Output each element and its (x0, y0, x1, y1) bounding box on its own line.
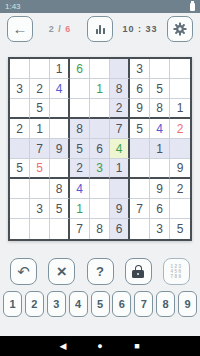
cell-r7c8[interactable]: 9 (150, 179, 170, 199)
android-recents-icon[interactable]: ■ (132, 342, 142, 351)
bar-chart-icon (96, 24, 105, 34)
mistakes-counter: 2 / 6 (33, 24, 87, 34)
toolbar: ↶ × ? 123 456 789 (0, 258, 200, 285)
numpad-button-3[interactable]: 3 (47, 291, 66, 317)
cell-r7c2[interactable] (30, 179, 50, 199)
cell-r8c9[interactable] (170, 199, 190, 219)
lock-icon (132, 265, 144, 278)
numpad-button-4[interactable]: 4 (69, 291, 88, 317)
erase-x-icon: × (57, 265, 67, 279)
cell-r6c1[interactable]: 5 (10, 159, 30, 179)
cell-r1c8[interactable] (150, 59, 170, 79)
back-arrow-icon: ← (13, 21, 28, 36)
cell-r5c5[interactable]: 6 (90, 139, 110, 159)
cell-r8c3[interactable]: 5 (50, 199, 70, 219)
cell-r5c8[interactable]: 1 (150, 139, 170, 159)
cell-r6c3[interactable] (50, 159, 70, 179)
cell-r2c3[interactable]: 4 (50, 79, 70, 99)
hint-button[interactable]: ? (87, 258, 114, 285)
cell-r9c3[interactable] (50, 219, 70, 239)
cell-r2c7[interactable]: 6 (130, 79, 150, 99)
numpad-button-1[interactable]: 1 (3, 291, 22, 317)
lock-button[interactable] (125, 258, 152, 285)
cell-r9c5[interactable]: 8 (90, 219, 110, 239)
cell-r1c7[interactable]: 3 (130, 59, 150, 79)
cell-r3c4[interactable] (70, 99, 90, 119)
number-pad: 123456789 (0, 291, 200, 317)
cell-r3c9[interactable]: 1 (170, 99, 190, 119)
cell-r9c1[interactable] (10, 219, 30, 239)
cell-r2c4[interactable] (70, 79, 90, 99)
cell-r8c8[interactable]: 6 (150, 199, 170, 219)
board-area: 1633241865529812187542795641552319849235… (0, 44, 200, 241)
cell-r6c5[interactable]: 3 (90, 159, 110, 179)
cell-r6c9[interactable]: 9 (170, 159, 190, 179)
cell-r3c1[interactable] (10, 99, 30, 119)
cell-r4c1[interactable]: 2 (10, 119, 30, 139)
battery-icon (190, 3, 195, 11)
undo-icon: ↶ (17, 264, 30, 279)
cell-r1c2[interactable] (30, 59, 50, 79)
cell-r1c9[interactable] (170, 59, 190, 79)
cell-r7c1[interactable] (10, 179, 30, 199)
undo-button[interactable]: ↶ (10, 258, 37, 285)
cell-r4c8[interactable]: 4 (150, 119, 170, 139)
cell-r4c3[interactable] (50, 119, 70, 139)
cell-r7c3[interactable]: 8 (50, 179, 70, 199)
cell-r1c4[interactable]: 6 (70, 59, 90, 79)
android-nav-bar: ◀ ● ■ (0, 336, 200, 356)
cell-r3c5[interactable] (90, 99, 110, 119)
cell-r5c1[interactable] (10, 139, 30, 159)
notes-grid-icon: 123 456 789 (170, 264, 182, 279)
gear-icon (173, 22, 187, 36)
cell-r2c1[interactable]: 3 (10, 79, 30, 99)
cell-r4c9[interactable]: 2 (170, 119, 190, 139)
numpad-button-6[interactable]: 6 (112, 291, 131, 317)
notes-button[interactable]: 123 456 789 (163, 258, 190, 285)
cell-r1c6[interactable] (110, 59, 130, 79)
cell-r6c8[interactable] (150, 159, 170, 179)
numpad-button-2[interactable]: 2 (25, 291, 44, 317)
cell-r6c6[interactable]: 1 (110, 159, 130, 179)
cell-r4c6[interactable]: 7 (110, 119, 130, 139)
cell-r5c6[interactable]: 4 (110, 139, 130, 159)
cell-r3c8[interactable]: 8 (150, 99, 170, 119)
cell-r2c9[interactable] (170, 79, 190, 99)
cell-r9c6[interactable]: 6 (110, 219, 130, 239)
cell-r8c1[interactable] (10, 199, 30, 219)
settings-button[interactable] (167, 16, 193, 42)
cell-r5c2[interactable]: 7 (30, 139, 50, 159)
status-time: 1:43 (5, 2, 21, 11)
cell-r1c3[interactable]: 1 (50, 59, 70, 79)
sudoku-board: 1633241865529812187542795641552319849235… (8, 57, 192, 241)
cell-r2c5[interactable]: 1 (90, 79, 110, 99)
numpad-button-9[interactable]: 9 (178, 291, 197, 317)
cell-r7c4[interactable]: 4 (70, 179, 90, 199)
cell-r8c2[interactable]: 3 (30, 199, 50, 219)
cell-r4c5[interactable] (90, 119, 110, 139)
cell-r7c7[interactable] (130, 179, 150, 199)
cell-r5c7[interactable] (130, 139, 150, 159)
cell-r2c6[interactable]: 8 (110, 79, 130, 99)
cell-r7c6[interactable] (110, 179, 130, 199)
cell-r5c4[interactable]: 5 (70, 139, 90, 159)
cell-r6c2[interactable]: 5 (30, 159, 50, 179)
cell-r9c7[interactable] (130, 219, 150, 239)
cell-r6c4[interactable]: 2 (70, 159, 90, 179)
cell-r4c7[interactable]: 5 (130, 119, 150, 139)
cell-r3c3[interactable] (50, 99, 70, 119)
cell-r4c2[interactable]: 1 (30, 119, 50, 139)
cell-r8c5[interactable] (90, 199, 110, 219)
cell-r1c5[interactable] (90, 59, 110, 79)
android-back-icon[interactable]: ◀ (58, 342, 68, 351)
status-bar: 1:43 (0, 0, 200, 13)
cell-r7c9[interactable]: 2 (170, 179, 190, 199)
numpad-button-8[interactable]: 8 (156, 291, 175, 317)
cell-r8c7[interactable]: 7 (130, 199, 150, 219)
app-bar: ← 2 / 6 10 : 33 (0, 13, 200, 44)
game-timer: 10 : 33 (113, 24, 167, 34)
cell-r3c7[interactable]: 9 (130, 99, 150, 119)
cell-r5c9[interactable] (170, 139, 190, 159)
back-button[interactable]: ← (7, 16, 33, 42)
cell-r8c6[interactable]: 9 (110, 199, 130, 219)
cell-r7c5[interactable] (90, 179, 110, 199)
cell-r1c1[interactable] (10, 59, 30, 79)
cell-r9c8[interactable]: 3 (150, 219, 170, 239)
cell-r4c4[interactable]: 8 (70, 119, 90, 139)
mistakes-total: 6 (65, 24, 71, 34)
phone-screen: 1:43 ← 2 / 6 10 : 33 (0, 0, 200, 356)
erase-button[interactable]: × (48, 258, 75, 285)
cell-r9c2[interactable] (30, 219, 50, 239)
cell-r2c2[interactable]: 2 (30, 79, 50, 99)
cell-r3c6[interactable]: 2 (110, 99, 130, 119)
stats-button[interactable] (87, 16, 113, 42)
cell-r6c7[interactable] (130, 159, 150, 179)
cell-r9c9[interactable]: 5 (170, 219, 190, 239)
cell-r2c8[interactable]: 5 (150, 79, 170, 99)
mistakes-separator: / (55, 24, 66, 34)
question-mark-icon: ? (96, 264, 104, 279)
cell-r3c2[interactable]: 5 (30, 99, 50, 119)
numpad-button-5[interactable]: 5 (91, 291, 110, 317)
android-home-icon[interactable]: ● (95, 342, 105, 351)
cell-r8c4[interactable]: 1 (70, 199, 90, 219)
cell-r9c4[interactable]: 7 (70, 219, 90, 239)
numpad-button-7[interactable]: 7 (134, 291, 153, 317)
cell-r5c3[interactable]: 9 (50, 139, 70, 159)
